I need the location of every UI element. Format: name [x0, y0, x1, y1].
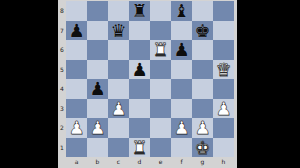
black-bishop: ♝ [173, 1, 189, 21]
black-queen: ♛ [110, 21, 126, 41]
square-e8[interactable] [150, 1, 171, 21]
square-a6[interactable] [66, 40, 87, 60]
square-c2[interactable] [108, 118, 129, 138]
square-f2[interactable]: ♟ [171, 118, 192, 138]
file-labels: abcdefgh [66, 157, 234, 168]
white-pawn: ♟ [173, 118, 189, 138]
square-d2[interactable] [129, 118, 150, 138]
square-b1[interactable] [87, 138, 108, 158]
black-pawn: ♟ [173, 40, 189, 60]
file-label-d: d [129, 157, 150, 168]
square-a3[interactable] [66, 99, 87, 119]
square-b3[interactable] [87, 99, 108, 119]
rank-label-1: 1 [58, 138, 66, 158]
square-f4[interactable] [171, 79, 192, 99]
square-d3[interactable] [129, 99, 150, 119]
square-g1[interactable]: ♚ [192, 138, 213, 158]
square-b6[interactable] [87, 40, 108, 60]
rank-label-6: 6 [58, 40, 66, 60]
file-label-g: g [192, 157, 213, 168]
square-e5[interactable] [150, 60, 171, 80]
black-pawn: ♟ [89, 79, 105, 99]
square-a5[interactable] [66, 60, 87, 80]
square-c7[interactable]: ♛ [108, 21, 129, 41]
square-e1[interactable] [150, 138, 171, 158]
white-king: ♚ [194, 138, 210, 158]
square-g7[interactable]: ♚ [192, 21, 213, 41]
square-h5[interactable]: ♛ [213, 60, 234, 80]
file-label-a: a [66, 157, 87, 168]
rank-label-3: 3 [58, 99, 66, 119]
square-f8[interactable]: ♝ [171, 1, 192, 21]
square-e3[interactable] [150, 99, 171, 119]
square-c5[interactable] [108, 60, 129, 80]
white-queen: ♛ [215, 60, 231, 80]
square-b2[interactable]: ♟ [87, 118, 108, 138]
square-e6[interactable]: ♜ [150, 40, 171, 60]
square-c6[interactable] [108, 40, 129, 60]
black-pawn: ♟ [68, 21, 84, 41]
square-b8[interactable] [87, 1, 108, 21]
white-rook: ♜ [131, 138, 147, 158]
square-a1[interactable] [66, 138, 87, 158]
square-f5[interactable] [171, 60, 192, 80]
square-f3[interactable] [171, 99, 192, 119]
square-a8[interactable] [66, 1, 87, 21]
white-rook: ♜ [152, 40, 168, 60]
square-b5[interactable] [87, 60, 108, 80]
square-d1[interactable]: ♜ [129, 138, 150, 158]
square-h1[interactable] [213, 138, 234, 158]
square-g3[interactable] [192, 99, 213, 119]
square-e4[interactable] [150, 79, 171, 99]
file-label-f: f [171, 157, 192, 168]
rank-label-8: 8 [58, 1, 66, 21]
square-h8[interactable] [213, 1, 234, 21]
white-pawn: ♟ [194, 118, 210, 138]
square-g5[interactable] [192, 60, 213, 80]
file-label-e: e [150, 157, 171, 168]
square-c4[interactable] [108, 79, 129, 99]
rank-label-5: 5 [58, 60, 66, 80]
square-d7[interactable] [129, 21, 150, 41]
square-g4[interactable] [192, 79, 213, 99]
square-c1[interactable] [108, 138, 129, 158]
square-d5[interactable]: ♟ [129, 60, 150, 80]
square-a2[interactable]: ♟ [66, 118, 87, 138]
chess-board-frame: 87654321 ♜♝♟♛♚♜♟♟♛♟♟♟♟♟♟♟♜♚ abcdefgh [58, 0, 237, 168]
square-d6[interactable] [129, 40, 150, 60]
square-d4[interactable] [129, 79, 150, 99]
square-b7[interactable] [87, 21, 108, 41]
square-f1[interactable] [171, 138, 192, 158]
rank-labels: 87654321 [58, 1, 66, 157]
black-king: ♚ [194, 21, 210, 41]
rank-label-4: 4 [58, 79, 66, 99]
square-e7[interactable] [150, 21, 171, 41]
file-label-b: b [87, 157, 108, 168]
black-pawn: ♟ [131, 60, 147, 80]
square-a7[interactable]: ♟ [66, 21, 87, 41]
square-d8[interactable]: ♜ [129, 1, 150, 21]
black-rook: ♜ [131, 1, 147, 21]
white-pawn: ♟ [215, 99, 231, 119]
square-h6[interactable] [213, 40, 234, 60]
square-c8[interactable] [108, 1, 129, 21]
file-label-c: c [108, 157, 129, 168]
square-g6[interactable] [192, 40, 213, 60]
square-g8[interactable] [192, 1, 213, 21]
square-h7[interactable] [213, 21, 234, 41]
chess-board: ♜♝♟♛♚♜♟♟♛♟♟♟♟♟♟♟♜♚ [66, 1, 234, 157]
white-pawn: ♟ [89, 118, 105, 138]
square-h3[interactable]: ♟ [213, 99, 234, 119]
square-h2[interactable] [213, 118, 234, 138]
square-b4[interactable]: ♟ [87, 79, 108, 99]
white-pawn: ♟ [110, 99, 126, 119]
file-label-h: h [213, 157, 234, 168]
square-e2[interactable] [150, 118, 171, 138]
square-g2[interactable]: ♟ [192, 118, 213, 138]
square-f7[interactable] [171, 21, 192, 41]
rank-label-2: 2 [58, 118, 66, 138]
white-pawn: ♟ [68, 118, 84, 138]
square-f6[interactable]: ♟ [171, 40, 192, 60]
rank-label-7: 7 [58, 21, 66, 41]
square-a4[interactable] [66, 79, 87, 99]
square-h4[interactable] [213, 79, 234, 99]
square-c3[interactable]: ♟ [108, 99, 129, 119]
